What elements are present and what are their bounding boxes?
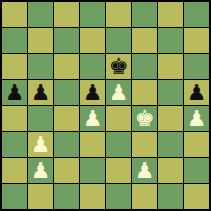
chess-board-screenshot: ♚♟♟♟♟♟♟♚♟♟♟♟ — [0, 0, 211, 211]
square-b6[interactable] — [28, 54, 53, 79]
square-f6[interactable] — [132, 54, 157, 79]
white-pawn[interactable]: ♟ — [31, 132, 51, 157]
square-e6[interactable]: ♚ — [106, 54, 131, 79]
black-pawn[interactable]: ♟ — [83, 80, 103, 105]
square-a3[interactable] — [2, 132, 27, 157]
square-a7[interactable] — [2, 28, 27, 53]
square-f7[interactable] — [132, 28, 157, 53]
square-d5[interactable]: ♟ — [80, 80, 105, 105]
square-h3[interactable] — [184, 132, 209, 157]
square-h5[interactable]: ♟ — [184, 80, 209, 105]
square-b1[interactable] — [28, 184, 53, 209]
square-d1[interactable] — [80, 184, 105, 209]
square-a5[interactable]: ♟ — [2, 80, 27, 105]
square-b2[interactable]: ♟ — [28, 158, 53, 183]
square-b5[interactable]: ♟ — [28, 80, 53, 105]
square-d7[interactable] — [80, 28, 105, 53]
square-h4[interactable]: ♟ — [184, 106, 209, 131]
square-c1[interactable] — [54, 184, 79, 209]
square-c7[interactable] — [54, 28, 79, 53]
black-king[interactable]: ♚ — [109, 54, 129, 79]
square-e7[interactable] — [106, 28, 131, 53]
square-c6[interactable] — [54, 54, 79, 79]
square-f8[interactable] — [132, 2, 157, 27]
square-e5[interactable]: ♟ — [106, 80, 131, 105]
square-h6[interactable] — [184, 54, 209, 79]
square-g6[interactable] — [158, 54, 183, 79]
black-pawn[interactable]: ♟ — [31, 80, 51, 105]
square-e1[interactable] — [106, 184, 131, 209]
square-h7[interactable] — [184, 28, 209, 53]
square-d8[interactable] — [80, 2, 105, 27]
chess-board: ♚♟♟♟♟♟♟♚♟♟♟♟ — [0, 0, 211, 211]
square-d3[interactable] — [80, 132, 105, 157]
square-c8[interactable] — [54, 2, 79, 27]
square-b3[interactable]: ♟ — [28, 132, 53, 157]
square-a2[interactable] — [2, 158, 27, 183]
square-b8[interactable] — [28, 2, 53, 27]
square-a1[interactable] — [2, 184, 27, 209]
white-pawn[interactable]: ♟ — [83, 106, 103, 131]
white-pawn[interactable]: ♟ — [135, 158, 155, 183]
square-d6[interactable] — [80, 54, 105, 79]
square-g4[interactable] — [158, 106, 183, 131]
square-b7[interactable] — [28, 28, 53, 53]
square-e4[interactable] — [106, 106, 131, 131]
square-h1[interactable] — [184, 184, 209, 209]
square-c3[interactable] — [54, 132, 79, 157]
white-pawn[interactable]: ♟ — [31, 158, 51, 183]
square-g7[interactable] — [158, 28, 183, 53]
square-c5[interactable] — [54, 80, 79, 105]
white-pawn[interactable]: ♟ — [109, 80, 129, 105]
square-d4[interactable]: ♟ — [80, 106, 105, 131]
square-a6[interactable] — [2, 54, 27, 79]
square-e3[interactable] — [106, 132, 131, 157]
square-d2[interactable] — [80, 158, 105, 183]
square-g1[interactable] — [158, 184, 183, 209]
white-king[interactable]: ♚ — [135, 106, 155, 131]
square-a4[interactable] — [2, 106, 27, 131]
square-e2[interactable] — [106, 158, 131, 183]
square-a8[interactable] — [2, 2, 27, 27]
black-pawn[interactable]: ♟ — [5, 80, 25, 105]
square-g5[interactable] — [158, 80, 183, 105]
square-f5[interactable] — [132, 80, 157, 105]
square-h2[interactable] — [184, 158, 209, 183]
square-b4[interactable] — [28, 106, 53, 131]
square-c4[interactable] — [54, 106, 79, 131]
square-c2[interactable] — [54, 158, 79, 183]
square-h8[interactable] — [184, 2, 209, 27]
white-pawn[interactable]: ♟ — [187, 106, 207, 131]
square-e8[interactable] — [106, 2, 131, 27]
square-g3[interactable] — [158, 132, 183, 157]
square-f3[interactable] — [132, 132, 157, 157]
square-f1[interactable] — [132, 184, 157, 209]
square-f2[interactable]: ♟ — [132, 158, 157, 183]
black-pawn[interactable]: ♟ — [187, 80, 207, 105]
square-g2[interactable] — [158, 158, 183, 183]
square-g8[interactable] — [158, 2, 183, 27]
square-f4[interactable]: ♚ — [132, 106, 157, 131]
